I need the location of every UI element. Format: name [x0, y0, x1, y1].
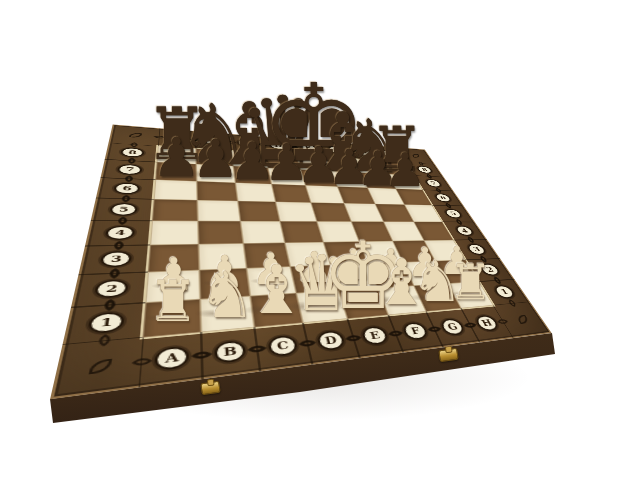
square-a3	[148, 244, 199, 272]
coordinate-label: 6	[433, 193, 453, 202]
coordinate-label: H	[473, 315, 500, 332]
square-c1	[250, 293, 303, 327]
filigree-ornament	[88, 358, 111, 374]
coordinate-label: 4	[454, 226, 475, 236]
coordinate-label: B	[214, 340, 246, 364]
coordinate-label: 2	[478, 263, 502, 276]
coordinate-label: C	[237, 139, 256, 148]
coordinate-label: G	[439, 318, 467, 336]
square-a5	[152, 199, 198, 221]
square-b1	[200, 296, 254, 332]
coordinate-label: 8	[120, 147, 144, 157]
coordinate-label: E	[360, 326, 390, 346]
square-b5	[197, 200, 240, 221]
coordinate-label: F	[327, 146, 345, 154]
square-c4	[240, 221, 284, 243]
filigree-ornament	[411, 154, 421, 158]
filigree-ornament	[515, 315, 530, 324]
square-a1	[143, 299, 202, 337]
file-label-bottom-b: B	[201, 327, 260, 379]
coordinate-label: D	[269, 141, 288, 150]
coordinate-label: C	[267, 335, 298, 358]
square-b7	[196, 164, 235, 183]
coordinate-label: 1	[87, 311, 125, 334]
square-b6	[197, 181, 238, 201]
coordinate-label: 7	[424, 179, 443, 187]
coordinate-label: 7	[117, 164, 143, 175]
coordinate-label: 1	[492, 285, 517, 299]
coordinate-label: 5	[109, 203, 138, 216]
filigree-ornament	[129, 132, 142, 137]
square-c7	[233, 166, 271, 184]
square-b2	[199, 268, 250, 299]
coordinate-label: 4	[104, 226, 135, 240]
square-c3	[243, 243, 290, 268]
square-c6	[235, 183, 275, 202]
coordinate-label: 3	[465, 244, 487, 255]
square-a2	[145, 270, 200, 303]
square-a7	[155, 162, 196, 181]
coordinate-label: G	[354, 148, 372, 156]
chess-set-photo: ABCDEFGH8877665544332211ABCDEFGH ♜♞♝♛♚♝♞…	[0, 0, 640, 480]
coordinate-label: E	[299, 144, 318, 152]
coordinate-label: 2	[94, 279, 129, 298]
coordinate-label: H	[380, 150, 398, 158]
coordinate-label: 6	[113, 183, 140, 195]
square-b3	[199, 243, 247, 270]
square-c2	[247, 267, 297, 296]
coordinate-label: A	[154, 346, 189, 372]
coordinate-label: A	[167, 133, 188, 142]
coordinate-label: D	[316, 330, 347, 351]
square-b4	[198, 221, 243, 244]
square-a6	[154, 180, 198, 200]
coordinate-label: 8	[416, 166, 434, 174]
file-label-bottom-a: A	[139, 332, 203, 387]
coordinate-label: F	[401, 322, 430, 341]
coordinate-label: B	[203, 136, 223, 145]
square-c5	[238, 201, 280, 221]
square-a4	[150, 221, 199, 245]
coordinate-label: 3	[99, 251, 132, 267]
coordinate-label: 5	[443, 209, 464, 218]
